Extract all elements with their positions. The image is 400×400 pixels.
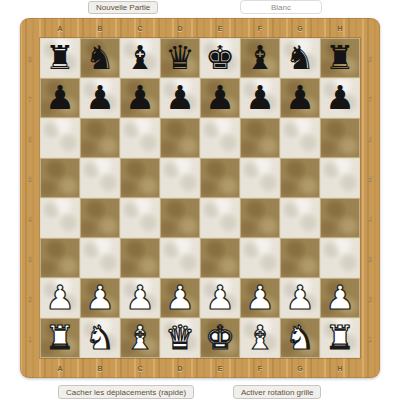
piece-black-pawn[interactable]: ♟ bbox=[205, 78, 235, 118]
file-label-a: A bbox=[40, 18, 80, 38]
piece-black-rook[interactable]: ♜ bbox=[325, 38, 355, 78]
square-d3[interactable] bbox=[160, 238, 200, 278]
square-f4[interactable] bbox=[240, 198, 280, 238]
rank-label-6: 6 bbox=[20, 118, 40, 158]
square-a2[interactable]: ♟ bbox=[40, 278, 80, 318]
square-c7[interactable]: ♟ bbox=[120, 78, 160, 118]
piece-black-pawn[interactable]: ♟ bbox=[245, 78, 275, 118]
square-e7[interactable]: ♟ bbox=[200, 78, 240, 118]
square-b1[interactable]: ♞ bbox=[80, 318, 120, 358]
square-d2[interactable]: ♟ bbox=[160, 278, 200, 318]
turn-indicator-button[interactable]: Blanc bbox=[240, 0, 322, 14]
rank-label-6: 6 bbox=[360, 118, 380, 158]
piece-white-knight[interactable]: ♞ bbox=[285, 318, 315, 358]
hide-moves-button[interactable]: Cacher les déplacements (rapide) bbox=[58, 385, 194, 399]
square-f3[interactable] bbox=[240, 238, 280, 278]
chess-board: ABCDEFGH ABCDEFGH 87654321 87654321 ♜♞♝♛… bbox=[20, 18, 380, 378]
piece-white-queen[interactable]: ♛ bbox=[165, 318, 195, 358]
square-d4[interactable] bbox=[160, 198, 200, 238]
square-a1[interactable]: ♜ bbox=[40, 318, 80, 358]
piece-black-king[interactable]: ♚ bbox=[205, 38, 235, 78]
rank-label-8: 8 bbox=[360, 38, 380, 78]
square-c6[interactable] bbox=[120, 118, 160, 158]
square-h6[interactable] bbox=[320, 118, 360, 158]
square-g8[interactable]: ♞ bbox=[280, 38, 320, 78]
piece-white-pawn[interactable]: ♟ bbox=[245, 278, 275, 318]
square-e6[interactable] bbox=[200, 118, 240, 158]
file-label-h: H bbox=[320, 358, 360, 378]
piece-black-rook[interactable]: ♜ bbox=[45, 38, 75, 78]
square-e1[interactable]: ♚ bbox=[200, 318, 240, 358]
piece-white-pawn[interactable]: ♟ bbox=[285, 278, 315, 318]
square-h7[interactable]: ♟ bbox=[320, 78, 360, 118]
file-label-e: E bbox=[200, 18, 240, 38]
square-a3[interactable] bbox=[40, 238, 80, 278]
rank-label-3: 3 bbox=[20, 238, 40, 278]
file-label-d: D bbox=[160, 358, 200, 378]
rank-label-8: 8 bbox=[20, 38, 40, 78]
square-f6[interactable] bbox=[240, 118, 280, 158]
square-a7[interactable]: ♟ bbox=[40, 78, 80, 118]
square-c5[interactable] bbox=[120, 158, 160, 198]
square-f8[interactable]: ♝ bbox=[240, 38, 280, 78]
square-d6[interactable] bbox=[160, 118, 200, 158]
rank-label-1: 1 bbox=[360, 318, 380, 358]
square-b2[interactable]: ♟ bbox=[80, 278, 120, 318]
square-g2[interactable]: ♟ bbox=[280, 278, 320, 318]
piece-white-pawn[interactable]: ♟ bbox=[325, 278, 355, 318]
piece-black-knight[interactable]: ♞ bbox=[285, 38, 315, 78]
square-g6[interactable] bbox=[280, 118, 320, 158]
rank-label-4: 4 bbox=[20, 198, 40, 238]
square-c4[interactable] bbox=[120, 198, 160, 238]
file-label-c: C bbox=[120, 18, 160, 38]
rank-label-5: 5 bbox=[360, 158, 380, 198]
square-g1[interactable]: ♞ bbox=[280, 318, 320, 358]
square-a4[interactable] bbox=[40, 198, 80, 238]
square-b3[interactable] bbox=[80, 238, 120, 278]
piece-black-knight[interactable]: ♞ bbox=[85, 38, 115, 78]
square-f1[interactable]: ♝ bbox=[240, 318, 280, 358]
file-label-g: G bbox=[280, 18, 320, 38]
rank-label-3: 3 bbox=[360, 238, 380, 278]
piece-white-pawn[interactable]: ♟ bbox=[45, 278, 75, 318]
square-b7[interactable]: ♟ bbox=[80, 78, 120, 118]
piece-black-pawn[interactable]: ♟ bbox=[285, 78, 315, 118]
square-h8[interactable]: ♜ bbox=[320, 38, 360, 78]
file-label-d: D bbox=[160, 18, 200, 38]
piece-white-pawn[interactable]: ♟ bbox=[85, 278, 115, 318]
piece-white-bishop[interactable]: ♝ bbox=[245, 318, 275, 358]
square-e3[interactable] bbox=[200, 238, 240, 278]
square-c3[interactable] bbox=[120, 238, 160, 278]
square-f2[interactable]: ♟ bbox=[240, 278, 280, 318]
piece-white-pawn[interactable]: ♟ bbox=[205, 278, 235, 318]
rank-label-7: 7 bbox=[20, 78, 40, 118]
file-label-c: C bbox=[120, 358, 160, 378]
square-c8[interactable]: ♝ bbox=[120, 38, 160, 78]
new-game-button[interactable]: Nouvelle Partie bbox=[88, 1, 158, 14]
square-a8[interactable]: ♜ bbox=[40, 38, 80, 78]
square-g7[interactable]: ♟ bbox=[280, 78, 320, 118]
square-c2[interactable]: ♟ bbox=[120, 278, 160, 318]
square-c1[interactable]: ♝ bbox=[120, 318, 160, 358]
square-f5[interactable] bbox=[240, 158, 280, 198]
square-d8[interactable]: ♛ bbox=[160, 38, 200, 78]
piece-white-knight[interactable]: ♞ bbox=[85, 318, 115, 358]
square-h2[interactable]: ♟ bbox=[320, 278, 360, 318]
piece-black-bishop[interactable]: ♝ bbox=[245, 38, 275, 78]
file-label-f: F bbox=[240, 358, 280, 378]
rank-label-1: 1 bbox=[20, 318, 40, 358]
piece-white-pawn[interactable]: ♟ bbox=[125, 278, 155, 318]
piece-white-pawn[interactable]: ♟ bbox=[165, 278, 195, 318]
square-d7[interactable]: ♟ bbox=[160, 78, 200, 118]
square-a6[interactable] bbox=[40, 118, 80, 158]
square-e5[interactable] bbox=[200, 158, 240, 198]
square-e8[interactable]: ♚ bbox=[200, 38, 240, 78]
piece-white-bishop[interactable]: ♝ bbox=[125, 318, 155, 358]
square-d5[interactable] bbox=[160, 158, 200, 198]
piece-black-queen[interactable]: ♛ bbox=[165, 38, 195, 78]
square-d1[interactable]: ♛ bbox=[160, 318, 200, 358]
square-b5[interactable] bbox=[80, 158, 120, 198]
piece-white-king[interactable]: ♚ bbox=[205, 318, 235, 358]
file-label-h: H bbox=[320, 18, 360, 38]
file-labels-top: ABCDEFGH bbox=[40, 18, 360, 38]
rotate-grid-button[interactable]: Activer rotation grille bbox=[233, 385, 321, 399]
board-grid: ♜♞♝♛♚♝♞♜♟♟♟♟♟♟♟♟♟♟♟♟♟♟♟♟♜♞♝♛♚♝♞♜ bbox=[40, 38, 360, 358]
rank-label-4: 4 bbox=[360, 198, 380, 238]
square-h5[interactable] bbox=[320, 158, 360, 198]
square-e4[interactable] bbox=[200, 198, 240, 238]
rank-label-2: 2 bbox=[20, 278, 40, 318]
piece-black-pawn[interactable]: ♟ bbox=[85, 78, 115, 118]
rank-label-5: 5 bbox=[20, 158, 40, 198]
square-h4[interactable] bbox=[320, 198, 360, 238]
file-label-g: G bbox=[280, 358, 320, 378]
file-labels-bottom: ABCDEFGH bbox=[40, 358, 360, 378]
square-g4[interactable] bbox=[280, 198, 320, 238]
square-g3[interactable] bbox=[280, 238, 320, 278]
piece-black-bishop[interactable]: ♝ bbox=[125, 38, 155, 78]
square-f7[interactable]: ♟ bbox=[240, 78, 280, 118]
square-e2[interactable]: ♟ bbox=[200, 278, 240, 318]
file-label-a: A bbox=[40, 358, 80, 378]
square-a5[interactable] bbox=[40, 158, 80, 198]
square-h3[interactable] bbox=[320, 238, 360, 278]
file-label-b: B bbox=[80, 18, 120, 38]
piece-black-pawn[interactable]: ♟ bbox=[45, 78, 75, 118]
piece-black-pawn[interactable]: ♟ bbox=[325, 78, 355, 118]
square-b6[interactable] bbox=[80, 118, 120, 158]
rank-labels-right: 87654321 bbox=[360, 38, 380, 358]
file-label-e: E bbox=[200, 358, 240, 378]
square-b4[interactable] bbox=[80, 198, 120, 238]
piece-black-pawn[interactable]: ♟ bbox=[125, 78, 155, 118]
rank-labels-left: 87654321 bbox=[20, 38, 40, 358]
file-label-b: B bbox=[80, 358, 120, 378]
piece-white-rook[interactable]: ♜ bbox=[325, 318, 355, 358]
rank-label-7: 7 bbox=[360, 78, 380, 118]
piece-black-pawn[interactable]: ♟ bbox=[165, 78, 195, 118]
piece-white-rook[interactable]: ♜ bbox=[45, 318, 75, 358]
square-h1[interactable]: ♜ bbox=[320, 318, 360, 358]
square-b8[interactable]: ♞ bbox=[80, 38, 120, 78]
file-label-f: F bbox=[240, 18, 280, 38]
square-g5[interactable] bbox=[280, 158, 320, 198]
rank-label-2: 2 bbox=[360, 278, 380, 318]
